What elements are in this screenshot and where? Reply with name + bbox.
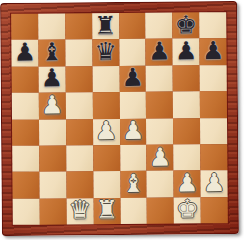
square-d2: [93, 171, 120, 198]
square-a4: [12, 119, 39, 146]
square-e7: [119, 39, 146, 66]
black-pawn: ♟: [121, 66, 144, 91]
black-pawn: ♟: [148, 39, 171, 64]
square-g6: [173, 65, 200, 92]
square-b8: [38, 13, 65, 40]
square-b3: [39, 145, 66, 172]
chess-board-card: ♜♚♟♝♛♟♟♟♟♟♟♟♟♟♝♟♟♛♜♚: [0, 1, 239, 236]
square-h2: ♟: [201, 170, 228, 197]
square-g5: [173, 91, 200, 118]
black-pawn: ♟: [41, 66, 64, 91]
square-f6: [146, 65, 173, 92]
square-a6: [12, 66, 39, 93]
square-f5: [146, 92, 173, 119]
white-king: ♚: [176, 197, 199, 222]
square-f8: [146, 13, 173, 40]
square-e4: ♟: [120, 118, 147, 145]
white-pawn: ♟: [122, 118, 145, 143]
square-b4: [39, 119, 66, 146]
square-h4: [200, 118, 227, 145]
square-c5: [66, 92, 93, 119]
square-c7: [65, 40, 92, 67]
square-h6: [200, 65, 227, 92]
black-pawn: ♟: [14, 40, 37, 65]
square-d4: ♟: [93, 119, 120, 146]
square-e6: ♟: [119, 66, 146, 93]
square-b6: ♟: [38, 66, 65, 93]
square-d8: ♜: [92, 13, 119, 40]
square-a5: [12, 93, 39, 120]
square-c3: [66, 145, 93, 172]
square-b7: ♝: [38, 40, 65, 67]
square-g7: ♟: [173, 39, 200, 66]
square-g8: ♚: [172, 12, 199, 39]
white-pawn: ♟: [149, 144, 172, 169]
square-h8: [199, 12, 226, 39]
page-background: ♜♚♟♝♛♟♟♟♟♟♟♟♟♟♝♟♟♛♜♚: [0, 0, 244, 240]
square-e1: [120, 197, 147, 224]
square-h1: [201, 197, 228, 224]
square-e3: [120, 145, 147, 172]
square-b5: ♟: [39, 93, 66, 120]
square-d3: [93, 145, 120, 172]
square-c2: [66, 171, 93, 198]
white-rook: ♜: [95, 198, 118, 223]
square-f1: [147, 197, 174, 224]
square-a3: [12, 146, 39, 173]
square-f3: ♟: [147, 144, 174, 171]
square-h3: [200, 144, 227, 171]
square-h5: [200, 91, 227, 118]
square-c6: [65, 66, 92, 93]
square-f2: [147, 171, 174, 198]
square-a2: [12, 172, 39, 199]
white-pawn: ♟: [41, 93, 64, 118]
square-g3: [173, 144, 200, 171]
square-f4: [146, 118, 173, 145]
square-a7: ♟: [11, 40, 38, 67]
white-pawn: ♟: [203, 170, 226, 195]
black-rook: ♜: [94, 13, 117, 38]
square-e5: [119, 92, 146, 119]
white-queen: ♛: [69, 198, 92, 223]
square-d1: ♜: [93, 198, 120, 225]
square-d6: [92, 66, 119, 93]
square-g2: ♟: [174, 171, 201, 198]
square-a1: [13, 198, 40, 225]
black-queen: ♛: [94, 39, 117, 64]
square-c4: [66, 119, 93, 146]
white-pawn: ♟: [95, 119, 118, 144]
black-king: ♚: [175, 12, 198, 37]
square-e2: ♝: [120, 171, 147, 198]
black-pawn: ♟: [175, 39, 198, 64]
square-d5: [92, 92, 119, 119]
square-b2: [39, 172, 66, 199]
square-b1: [39, 198, 66, 225]
white-pawn: ♟: [176, 171, 199, 196]
square-h7: ♟: [200, 39, 227, 66]
black-pawn: ♟: [202, 39, 225, 64]
square-a8: [11, 14, 38, 41]
square-c8: [65, 13, 92, 40]
square-g1: ♚: [174, 197, 201, 224]
white-bishop: ♝: [122, 171, 145, 196]
square-e8: [119, 13, 146, 40]
black-bishop: ♝: [40, 40, 63, 65]
chess-board: ♜♚♟♝♛♟♟♟♟♟♟♟♟♟♝♟♟♛♜♚: [10, 11, 229, 226]
square-c1: ♛: [66, 198, 93, 225]
square-g4: [173, 118, 200, 145]
square-f7: ♟: [146, 39, 173, 66]
square-d7: ♛: [92, 39, 119, 66]
